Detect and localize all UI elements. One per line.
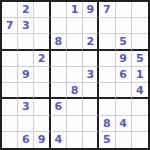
cell-r8c6[interactable] xyxy=(83,116,99,132)
cell-r2c6[interactable] xyxy=(83,18,99,34)
cell-r6c6[interactable] xyxy=(83,83,99,99)
cell-r7c7[interactable] xyxy=(99,99,115,115)
cell-r6c8[interactable] xyxy=(116,83,132,99)
given-digit: 9 xyxy=(38,134,46,145)
cell-r1c2[interactable]: 2 xyxy=(18,2,34,18)
cell-r9c5[interactable] xyxy=(67,132,83,148)
given-digit: 7 xyxy=(6,20,14,31)
cell-r3c9[interactable] xyxy=(132,34,148,50)
cell-r5c9[interactable]: 1 xyxy=(132,67,148,83)
given-digit: 1 xyxy=(136,69,144,80)
cell-r8c1[interactable] xyxy=(2,116,18,132)
cell-r1c3[interactable] xyxy=(34,2,50,18)
cell-r8c3[interactable] xyxy=(34,116,50,132)
given-digit: 6 xyxy=(22,134,30,145)
cell-r4c5[interactable] xyxy=(67,51,83,67)
cell-r4c2[interactable] xyxy=(18,51,34,67)
cell-r5c8[interactable]: 6 xyxy=(116,67,132,83)
cell-r5c5[interactable] xyxy=(67,67,83,83)
cell-r9c2[interactable]: 6 xyxy=(18,132,34,148)
cell-r5c1[interactable] xyxy=(2,67,18,83)
cell-r1c8[interactable] xyxy=(116,2,132,18)
cell-r5c2[interactable]: 9 xyxy=(18,67,34,83)
given-digit: 5 xyxy=(103,134,111,145)
cell-r3c2[interactable] xyxy=(18,34,34,50)
cell-r6c7[interactable] xyxy=(99,83,115,99)
cell-r2c2[interactable]: 3 xyxy=(18,18,34,34)
cell-r4c1[interactable] xyxy=(2,51,18,67)
cell-r1c6[interactable]: 9 xyxy=(83,2,99,18)
cell-r9c6[interactable] xyxy=(83,132,99,148)
cell-r3c4[interactable]: 8 xyxy=(51,34,67,50)
given-digit: 3 xyxy=(22,101,30,112)
given-digit: 6 xyxy=(119,69,127,80)
given-digit: 9 xyxy=(86,4,94,15)
cell-r7c3[interactable] xyxy=(34,99,50,115)
cell-r5c4[interactable] xyxy=(51,67,67,83)
cell-r8c9[interactable] xyxy=(132,116,148,132)
cell-r6c2[interactable] xyxy=(18,83,34,99)
cell-r7c1[interactable] xyxy=(2,99,18,115)
cell-r4c9[interactable]: 5 xyxy=(132,51,148,67)
cell-r2c1[interactable]: 7 xyxy=(2,18,18,34)
given-digit: 3 xyxy=(86,69,94,80)
given-digit: 2 xyxy=(86,36,94,47)
cell-r2c9[interactable] xyxy=(132,18,148,34)
cell-r3c6[interactable]: 2 xyxy=(83,34,99,50)
given-digit: 7 xyxy=(103,4,111,15)
cell-r6c1[interactable] xyxy=(2,83,18,99)
given-digit: 2 xyxy=(22,4,30,15)
cell-r1c7[interactable]: 7 xyxy=(99,2,115,18)
cell-r6c5[interactable]: 8 xyxy=(67,83,83,99)
given-digit: 5 xyxy=(136,53,144,64)
cell-r9c8[interactable] xyxy=(116,132,132,148)
cell-r6c3[interactable] xyxy=(34,83,50,99)
cell-r1c5[interactable]: 1 xyxy=(67,2,83,18)
cell-r4c3[interactable]: 2 xyxy=(34,51,50,67)
cell-r8c7[interactable]: 8 xyxy=(99,116,115,132)
cell-r9c3[interactable]: 9 xyxy=(34,132,50,148)
cell-r3c7[interactable] xyxy=(99,34,115,50)
cell-r2c8[interactable] xyxy=(116,18,132,34)
cell-r8c5[interactable] xyxy=(67,116,83,132)
given-digit: 1 xyxy=(71,4,79,15)
cell-r9c9[interactable] xyxy=(132,132,148,148)
cell-r9c7[interactable]: 5 xyxy=(99,132,115,148)
cell-r4c8[interactable]: 9 xyxy=(116,51,132,67)
cell-r3c8[interactable]: 5 xyxy=(116,34,132,50)
given-digit: 3 xyxy=(22,20,30,31)
cell-r3c1[interactable] xyxy=(2,34,18,50)
cell-r5c3[interactable] xyxy=(34,67,50,83)
cell-r5c7[interactable] xyxy=(99,67,115,83)
given-digit: 8 xyxy=(54,36,62,47)
cell-r2c5[interactable] xyxy=(67,18,83,34)
cell-r7c2[interactable]: 3 xyxy=(18,99,34,115)
cell-r8c2[interactable] xyxy=(18,116,34,132)
cell-r1c4[interactable] xyxy=(51,2,67,18)
cell-r4c4[interactable] xyxy=(51,51,67,67)
cell-r7c6[interactable] xyxy=(83,99,99,115)
given-digit: 6 xyxy=(54,101,62,112)
cell-r8c4[interactable] xyxy=(51,116,67,132)
cell-r6c9[interactable]: 4 xyxy=(132,83,148,99)
cell-r3c3[interactable] xyxy=(34,34,50,50)
sudoku-board: 21977382529593618436846945 xyxy=(0,0,150,150)
cell-r9c1[interactable] xyxy=(2,132,18,148)
cell-r2c4[interactable] xyxy=(51,18,67,34)
given-digit: 4 xyxy=(54,134,62,145)
given-digit: 4 xyxy=(119,118,127,129)
cell-r2c7[interactable] xyxy=(99,18,115,34)
cell-r4c6[interactable] xyxy=(83,51,99,67)
cell-r4c7[interactable] xyxy=(99,51,115,67)
given-digit: 9 xyxy=(22,69,30,80)
cell-r7c8[interactable] xyxy=(116,99,132,115)
given-digit: 2 xyxy=(38,53,46,64)
cell-r3c5[interactable] xyxy=(67,34,83,50)
cell-r1c9[interactable] xyxy=(132,2,148,18)
given-digit: 4 xyxy=(136,85,144,96)
cell-r1c1[interactable] xyxy=(2,2,18,18)
cell-r9c4[interactable]: 4 xyxy=(51,132,67,148)
given-digit: 8 xyxy=(71,85,79,96)
cell-r2c3[interactable] xyxy=(34,18,50,34)
cell-r7c9[interactable] xyxy=(132,99,148,115)
given-digit: 8 xyxy=(103,118,111,129)
cell-r7c5[interactable] xyxy=(67,99,83,115)
given-digit: 9 xyxy=(119,53,127,64)
cell-r7c4[interactable]: 6 xyxy=(51,99,67,115)
given-digit: 5 xyxy=(119,36,127,47)
cell-r6c4[interactable] xyxy=(51,83,67,99)
cell-r8c8[interactable]: 4 xyxy=(116,116,132,132)
cell-r5c6[interactable]: 3 xyxy=(83,67,99,83)
